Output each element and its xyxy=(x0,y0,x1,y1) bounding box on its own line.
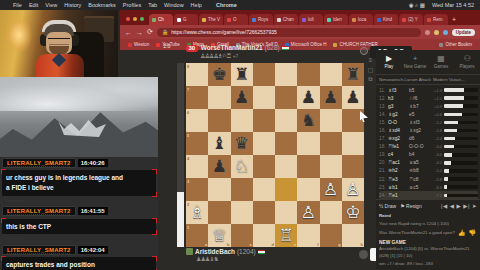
file-label: b xyxy=(227,242,229,247)
square-f3[interactable] xyxy=(297,178,319,201)
eval-bar xyxy=(177,63,184,247)
black-move[interactable]: ♕a5 xyxy=(409,160,430,165)
move-eval: -6.5 xyxy=(430,185,442,190)
browser-tab[interactable]: Roys xyxy=(249,14,273,25)
square-c6[interactable] xyxy=(231,109,253,132)
square-e7[interactable] xyxy=(275,86,297,109)
move-row[interactable]: 17.♔xg2d6-2.4 xyxy=(379,135,478,143)
white-piece-♘[interactable]: ♘ xyxy=(234,158,249,175)
move-eval: -7.1 xyxy=(430,193,442,198)
square-b6[interactable] xyxy=(208,109,230,132)
rank-label: 4 xyxy=(187,156,189,161)
rank-label: 5 xyxy=(187,133,189,138)
chess-board[interactable]: 8♚♜♜7♟♟♟♟6♞5♝♛4♟♘3♙♙♗2♙♔a1♕bcd♖efgh xyxy=(186,63,364,247)
eval-mini-bar xyxy=(444,88,478,92)
white-move[interactable]: ♗xd4 xyxy=(388,128,409,133)
square-e4[interactable] xyxy=(275,155,297,178)
move-row[interactable]: 13.g3♗b7+0.9 xyxy=(379,102,478,110)
move-eval: +1.3 xyxy=(430,88,442,93)
square-d5[interactable] xyxy=(253,132,275,155)
opening-name-row: Nimzowitsch-Larsen Attack: Modern Variat… xyxy=(376,75,480,85)
panel-tab-players[interactable]: ⚇Players xyxy=(454,50,480,74)
chat-text: captures trades and position xyxy=(2,257,156,270)
square-g4[interactable] xyxy=(320,155,342,178)
square-g6[interactable] xyxy=(320,109,342,132)
black-move[interactable]: b4 xyxy=(409,152,430,157)
move-eval: -3.6 xyxy=(430,152,442,157)
white-piece-♗[interactable]: ♗ xyxy=(190,204,205,221)
rank-label: 3 xyxy=(187,179,189,184)
black-piece-♟[interactable]: ♟ xyxy=(212,158,227,175)
tab-favicon xyxy=(377,18,381,22)
square-e1[interactable]: ♖e xyxy=(275,224,297,247)
tab-favicon xyxy=(352,18,356,22)
eval-mini-bar xyxy=(444,185,478,189)
eval-mini-bar xyxy=(444,121,478,125)
chat-timestamp: 16:40:26 xyxy=(78,159,108,167)
white-move[interactable]: ♔xg2 xyxy=(388,136,409,141)
file-label: c xyxy=(250,242,252,247)
new-rating-text: Your new Rapid rating is 1204 (-100) xyxy=(376,220,480,228)
black-move[interactable]: O-O-O xyxy=(409,144,430,149)
chat-username[interactable]: LITERALLY_SMART2 xyxy=(2,245,76,255)
browser-tab[interactable]: lofi xyxy=(299,14,323,25)
square-d8[interactable] xyxy=(253,63,275,86)
move-eval: +0.6 xyxy=(430,112,442,117)
white-piece-♔[interactable]: ♔ xyxy=(345,204,360,221)
extension-icon[interactable] xyxy=(434,30,439,35)
panel-tab-games[interactable]: ▦Games xyxy=(428,50,454,74)
square-a3[interactable]: 3 xyxy=(186,178,208,201)
games-icon: ▦ xyxy=(437,55,445,63)
url-text: https://www.chess.com/game/live/72662537… xyxy=(171,29,277,35)
webcam-view xyxy=(0,10,118,77)
new-game-players: AristideBach (1204) [0] vs. WorseThanMar… xyxy=(376,245,480,253)
layout-icon[interactable]: ▢ xyxy=(368,66,374,73)
eval-mini-bar xyxy=(444,96,478,100)
square-e6[interactable] xyxy=(275,109,297,132)
streak-badge: 30 xyxy=(186,45,198,52)
square-b7[interactable] xyxy=(208,86,230,109)
menubar-item[interactable]: View xyxy=(45,2,57,8)
square-g7[interactable]: ♟ xyxy=(320,86,342,109)
move-row[interactable]: 21.♔h2♔b8-5.0 xyxy=(379,167,478,175)
address-bar[interactable]: 🔒 https://www.chess.com/game/live/726625… xyxy=(157,28,421,37)
square-f2[interactable]: ♙ xyxy=(297,201,319,224)
menubar-app-name[interactable]: Chrome xyxy=(216,2,237,8)
good-sport-row: Was WorseThanMartin21 a good sport? 👍 👎 xyxy=(376,228,480,238)
white-move[interactable]: ♗g2 xyxy=(388,112,409,117)
white-move[interactable]: ♖fe1 xyxy=(388,144,409,149)
move-number: 15. xyxy=(379,120,388,125)
square-e8[interactable] xyxy=(275,63,297,86)
square-g1[interactable]: g xyxy=(320,224,342,247)
file-label: a xyxy=(205,242,207,247)
tab-favicon xyxy=(277,18,281,22)
white-piece-♙[interactable]: ♙ xyxy=(323,181,338,198)
move-number: 14. xyxy=(379,112,388,117)
white-move[interactable]: h3 xyxy=(388,96,409,101)
browser-tab[interactable]: O xyxy=(224,14,248,25)
resign-button[interactable]: ⚑ Resign xyxy=(400,203,421,209)
move-number: 17. xyxy=(379,136,388,141)
black-piece-♜[interactable]: ♜ xyxy=(345,66,360,83)
reload-icon[interactable]: ⟳ xyxy=(147,28,153,36)
move-eval: -5.8 xyxy=(430,177,442,182)
menubar-item[interactable]: Profiles xyxy=(123,2,141,8)
black-move[interactable]: ♗b7 xyxy=(409,104,430,109)
move-number: 21. xyxy=(379,168,388,173)
square-g5[interactable] xyxy=(320,132,342,155)
menubar-clock: Wed Mar 15 4:52 xyxy=(432,2,474,8)
move-eval: -2.4 xyxy=(430,136,442,141)
square-g8[interactable] xyxy=(320,63,342,86)
white-piece-♙[interactable]: ♙ xyxy=(301,204,316,221)
game-side-panel: ▶Play+New Game▦Games⚇Players Nimzowitsch… xyxy=(376,50,480,270)
tab-favicon xyxy=(402,18,406,22)
eval-mini-bar xyxy=(444,137,478,141)
browser-toolbar: ← → ⟳ 🔒 https://www.chess.com/game/live/… xyxy=(120,25,480,39)
chat-timestamp: 16:41:55 xyxy=(78,207,108,215)
square-c2[interactable] xyxy=(231,201,253,224)
menubar-item[interactable]: Window xyxy=(164,2,184,8)
emoji-button[interactable] xyxy=(359,250,368,259)
square-h2[interactable]: ♔ xyxy=(342,201,364,224)
play-icon: ▶ xyxy=(386,55,392,63)
chrome-update-button[interactable]: Update xyxy=(452,29,475,36)
white-move[interactable]: ♖e1 xyxy=(388,193,409,198)
eval-mini-bar xyxy=(444,169,478,173)
black-move[interactable]: ♗xf3 xyxy=(409,120,430,125)
glasses xyxy=(48,38,70,44)
zoom-window-icon xyxy=(140,17,144,21)
eval-mini-bar xyxy=(444,129,478,133)
profile-avatar[interactable] xyxy=(443,30,448,35)
browser-tab[interactable]: Rem xyxy=(424,14,448,25)
square-e3[interactable] xyxy=(275,178,297,201)
square-f7[interactable]: ♟ xyxy=(297,86,319,109)
stream-chat-column: LITERALLY_SMART216:40:26ur chess guy is … xyxy=(0,157,158,270)
draw-button[interactable]: ½ Draw xyxy=(379,203,396,209)
black-piece-♟[interactable]: ♟ xyxy=(323,89,338,106)
square-c4[interactable]: ♘ xyxy=(231,155,253,178)
white-move[interactable]: g3 xyxy=(388,104,409,109)
move-number: 22. xyxy=(379,177,388,182)
square-a5[interactable]: 5 xyxy=(186,132,208,155)
window-traffic-lights[interactable] xyxy=(126,17,144,21)
move-number: 18. xyxy=(379,144,388,149)
tab-favicon xyxy=(327,18,331,22)
square-a2[interactable]: ♗2 xyxy=(186,201,208,224)
eval-mini-bar xyxy=(444,161,478,165)
extension-icon[interactable] xyxy=(425,30,430,35)
tab-favicon xyxy=(427,18,431,22)
black-move[interactable]: ♔b8 xyxy=(409,168,430,173)
new-game-details: (628) [1] (15 | 10) xyxy=(376,252,480,260)
move-row[interactable]: 18.♖fe1O-O-O-3.0 xyxy=(379,143,478,151)
move-number: 13. xyxy=(379,104,388,109)
thumbs-up-icon[interactable]: 👍 xyxy=(458,229,466,237)
lamp-glow xyxy=(6,18,32,52)
menubar-item[interactable]: Tab xyxy=(148,2,157,8)
square-d7[interactable] xyxy=(253,86,275,109)
move-row[interactable]: 20.♖ac1♕a5-4.2 xyxy=(379,159,478,167)
file-label: d xyxy=(272,242,274,247)
avatar xyxy=(186,248,193,255)
forward-icon[interactable]: → xyxy=(136,29,143,36)
move-number: 12. xyxy=(379,96,388,101)
browser-tab[interactable]: loca xyxy=(349,14,373,25)
move-row[interactable]: 12.h3♘f6+1.1 xyxy=(379,94,478,102)
black-piece-♟[interactable]: ♟ xyxy=(234,89,249,106)
move-row[interactable]: 24.♖e1-7.1 xyxy=(379,191,478,199)
black-piece-♟[interactable]: ♟ xyxy=(345,89,360,106)
move-number: 23. xyxy=(379,185,388,190)
move-eval: -5.0 xyxy=(430,168,442,173)
tab-favicon xyxy=(202,18,206,22)
browser-tab-bar: ChGThe VORoysChanlofiIdenlocaKind(2) YRe… xyxy=(120,10,480,25)
white-move[interactable]: c4 xyxy=(388,152,409,157)
eval-mini-bar xyxy=(444,104,478,108)
square-b1[interactable]: ♕b xyxy=(208,224,230,247)
white-piece-♕[interactable]: ♕ xyxy=(212,227,227,244)
move-row[interactable]: 14.♗g2e5+0.6 xyxy=(379,110,478,118)
country-flag-icon xyxy=(282,46,289,50)
square-h8[interactable]: ♜ xyxy=(342,63,364,86)
panel-tab-new-game[interactable]: +New Game xyxy=(402,50,428,74)
move-row[interactable]: 19.c4b4-3.6 xyxy=(379,151,478,159)
square-c5[interactable]: ♛ xyxy=(231,132,253,155)
menubar-item[interactable]: Edit xyxy=(29,2,38,8)
browser-tab[interactable]: Iden xyxy=(324,14,348,25)
square-f8[interactable] xyxy=(297,63,319,86)
file-label: h xyxy=(361,242,363,247)
move-number: 24. xyxy=(379,193,388,198)
browser-tab[interactable]: (2) Y xyxy=(399,14,423,25)
browser-tab[interactable]: G xyxy=(174,14,198,25)
eval-mini-bar xyxy=(444,153,478,157)
tab-favicon xyxy=(227,18,231,22)
black-piece-♚[interactable]: ♚ xyxy=(212,66,227,83)
move-row[interactable]: 15.O-O♗xf3-1.2 xyxy=(379,118,478,126)
move-number: 16. xyxy=(379,128,388,133)
players-icon: ⚇ xyxy=(463,55,470,63)
white-move[interactable]: ♕b1 xyxy=(388,185,409,190)
white-move[interactable]: O-O xyxy=(388,120,409,125)
chat-text: this is the CTP xyxy=(2,219,156,235)
chat-timestamp: 16:42:04 xyxy=(78,246,108,254)
square-b2[interactable] xyxy=(208,201,230,224)
move-eval: +0.9 xyxy=(430,104,442,109)
move-row[interactable]: 23.♕b1♕c5-6.5 xyxy=(379,183,478,191)
country-flag-icon xyxy=(258,250,265,254)
black-move[interactable]: e5 xyxy=(409,112,430,117)
rating-forecast: win +7 / draw -89 / loss -184 xyxy=(376,260,480,268)
screenshot-stage: FileEditViewHistoryBookmarksProfilesTabW… xyxy=(0,0,480,270)
thumbs-down-icon[interactable]: 👎 xyxy=(468,229,476,237)
black-piece-♛[interactable]: ♛ xyxy=(234,135,249,152)
square-d2[interactable] xyxy=(253,201,275,224)
black-move[interactable]: ♗xg2 xyxy=(409,128,430,133)
square-h1[interactable]: h xyxy=(342,224,364,247)
browser-tab[interactable]: The V xyxy=(199,14,223,25)
eval-mini-bar xyxy=(444,145,478,149)
tab-favicon xyxy=(252,18,256,22)
black-piece-♞[interactable]: ♞ xyxy=(301,112,316,129)
move-row[interactable]: 11.♗f3b5+1.3 xyxy=(379,86,478,94)
menubar-item[interactable]: Help xyxy=(191,2,202,8)
square-a6[interactable]: 6 xyxy=(186,109,208,132)
square-e2[interactable] xyxy=(275,201,297,224)
chat-message: LITERALLY_SMART216:42:04captures trades … xyxy=(2,244,156,270)
move-list[interactable]: 11.♗f3b5+1.312.h3♘f6+1.113.g3♗b7+0.914.♗… xyxy=(376,85,480,199)
move-eval: +1.1 xyxy=(430,96,442,101)
square-g2[interactable] xyxy=(320,201,342,224)
eval-mini-bar xyxy=(444,113,478,117)
macos-menubar: FileEditViewHistoryBookmarksProfilesTabW… xyxy=(0,0,480,10)
move-number: 19. xyxy=(379,152,388,157)
square-a7[interactable]: 7 xyxy=(186,86,208,109)
black-move[interactable]: ♘f6 xyxy=(409,96,430,101)
square-a1[interactable]: a1 xyxy=(186,224,208,247)
browser-tab[interactable]: Chan xyxy=(274,14,298,25)
tab-favicon xyxy=(152,18,156,22)
clock-icon: ◷ xyxy=(360,47,368,55)
menubar-status-icons: ◉ ⌕ ▦ xyxy=(409,2,425,9)
black-move[interactable]: b5 xyxy=(409,88,430,93)
menu-icon[interactable]: ≡ xyxy=(369,57,373,63)
minimize-window-icon xyxy=(133,17,137,21)
square-a4[interactable]: 4 xyxy=(186,155,208,178)
file-label: e xyxy=(294,242,296,247)
chat-message: LITERALLY_SMART216:40:26ur chess guy is … xyxy=(2,157,156,202)
chat-text: ur chess guy is in legends league anda F… xyxy=(2,170,156,196)
move-eval: -1.8 xyxy=(430,128,442,133)
square-c1[interactable]: c xyxy=(231,224,253,247)
white-move[interactable]: ♖e3 xyxy=(388,177,409,182)
back-icon[interactable]: ← xyxy=(125,29,132,36)
square-d6[interactable] xyxy=(253,109,275,132)
file-label: f xyxy=(317,242,318,247)
move-number: 11. xyxy=(379,88,388,93)
mountain-banner-image xyxy=(0,77,158,157)
white-move[interactable]: ♔h2 xyxy=(388,168,409,173)
black-move[interactable]: d6 xyxy=(409,136,430,141)
eval-mini-bar xyxy=(444,194,478,198)
black-piece-♜[interactable]: ♜ xyxy=(234,66,249,83)
black-move[interactable]: ♖c8 xyxy=(409,177,430,182)
rank-label: 6 xyxy=(187,110,189,115)
square-b5[interactable]: ♝ xyxy=(208,132,230,155)
white-move[interactable]: ♖ac1 xyxy=(388,160,409,165)
move-row[interactable]: 22.♖e3♖c8-5.8 xyxy=(379,175,478,183)
chat-message: LITERALLY_SMART216:41:55this is the CTP,… xyxy=(2,206,156,241)
move-eval: -1.2 xyxy=(430,120,442,125)
streamer xyxy=(34,20,86,77)
new game-icon: + xyxy=(413,55,418,63)
black-piece-♝[interactable]: ♝ xyxy=(212,135,227,152)
playback-controls[interactable]: |◀ ◀ ▶ ▶| ➤ xyxy=(441,203,477,209)
white-piece-♖[interactable]: ♖ xyxy=(279,227,294,244)
square-a8[interactable]: 8 xyxy=(186,63,208,86)
move-eval: -3.0 xyxy=(430,144,442,149)
square-h7[interactable]: ♟ xyxy=(342,86,364,109)
browser-tab[interactable]: Kind xyxy=(374,14,398,25)
menubar-item[interactable]: Bookmarks xyxy=(88,2,116,8)
square-e5[interactable] xyxy=(275,132,297,155)
chat-username[interactable]: LITERALLY_SMART2 xyxy=(2,206,76,216)
close-window-icon xyxy=(126,17,130,21)
square-h5[interactable] xyxy=(342,132,364,155)
tab-favicon xyxy=(177,18,181,22)
bookmark-favicon xyxy=(439,43,443,47)
menubar-item[interactable]: History xyxy=(64,2,81,8)
move-number: 20. xyxy=(379,160,388,165)
square-d4[interactable] xyxy=(253,155,275,178)
square-g3[interactable]: ♙ xyxy=(320,178,342,201)
tab-favicon xyxy=(302,18,306,22)
white-move[interactable]: ♗f3 xyxy=(388,88,409,93)
square-h4[interactable] xyxy=(342,155,364,178)
bookmark-item[interactable]: Other Bookm xyxy=(439,42,472,47)
panel-tabs: ▶Play+New Game▦Games⚇Players xyxy=(376,50,480,75)
square-h3[interactable]: ♙ xyxy=(342,178,364,201)
square-c3[interactable] xyxy=(231,178,253,201)
chat-username[interactable]: LITERALLY_SMART2 xyxy=(2,158,76,168)
square-c8[interactable]: ♜ xyxy=(231,63,253,86)
square-b4[interactable]: ♟ xyxy=(208,155,230,178)
black-move[interactable]: ♕c5 xyxy=(409,185,430,190)
square-f1[interactable]: f xyxy=(297,224,319,247)
board-side-tools: ≡ ▢ ⧉ xyxy=(366,57,375,97)
file-label: g xyxy=(338,242,340,247)
game-actions-row: ½ Draw ⚑ Resign |◀ ◀ ▶ ▶| ➤ xyxy=(376,199,480,212)
square-f6[interactable]: ♞ xyxy=(297,109,319,132)
bookmark-item[interactable]: Weston xyxy=(128,42,149,47)
bookmark-favicon xyxy=(128,43,132,47)
square-d1[interactable]: d xyxy=(253,224,275,247)
panel-tab-play[interactable]: ▶Play xyxy=(376,50,402,74)
opening-name: Nimzowitsch-Larsen Attack: Modern Variat… xyxy=(379,77,465,82)
bookmark-favicon xyxy=(156,43,160,47)
new-tab-button[interactable]: + xyxy=(452,16,456,23)
browser-tab[interactable]: Ch xyxy=(149,14,173,25)
move-row[interactable]: 16.♗xd4♗xg2-1.8 xyxy=(379,126,478,134)
square-c7[interactable]: ♟ xyxy=(231,86,253,109)
square-b3[interactable] xyxy=(208,178,230,201)
square-f5[interactable] xyxy=(297,132,319,155)
menubar-item[interactable]: File xyxy=(13,2,22,8)
black-piece-♟[interactable]: ♟ xyxy=(301,89,316,106)
lock-icon: 🔒 xyxy=(162,29,168,35)
square-b8[interactable]: ♚ xyxy=(208,63,230,86)
rank-label: 8 xyxy=(187,64,189,69)
rank-label: 1 xyxy=(187,225,189,230)
move-eval: -4.2 xyxy=(430,160,442,165)
new-game-header: NEW GAME xyxy=(376,238,480,245)
eval-mini-bar xyxy=(444,177,478,181)
panels-icon[interactable]: ⧉ xyxy=(368,76,372,83)
white-piece-♙[interactable]: ♙ xyxy=(345,181,360,198)
eval-score-label: 1.0 xyxy=(163,43,171,49)
clouds xyxy=(0,77,158,111)
square-f4[interactable] xyxy=(297,155,319,178)
square-d3[interactable] xyxy=(253,178,275,201)
good-sport-question: Was WorseThanMartin21 a good sport? xyxy=(379,230,455,236)
rated-label: Rated xyxy=(376,212,480,220)
rank-label: 7 xyxy=(187,87,189,92)
